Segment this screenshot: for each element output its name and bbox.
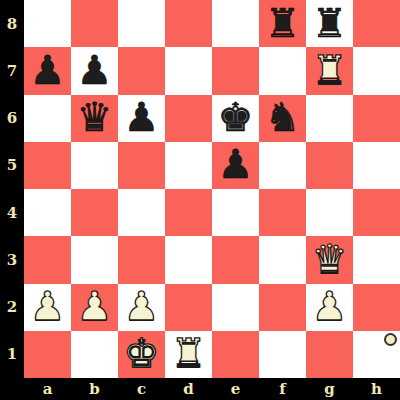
square-c8[interactable] (118, 0, 165, 47)
square-a3[interactable] (24, 236, 71, 283)
square-h7[interactable] (353, 47, 400, 94)
piece-black-pawn-c6[interactable]: ♟ (124, 97, 160, 137)
square-g5[interactable] (306, 142, 353, 189)
square-b7[interactable]: ♟ (71, 47, 118, 94)
rank-label-7: 7 (0, 47, 24, 94)
square-e2[interactable] (212, 284, 259, 331)
rank-label-3: 3 (0, 236, 24, 283)
file-label-e: e (212, 378, 259, 400)
square-c2[interactable]: ♟ (118, 284, 165, 331)
side-to-move-indicator (384, 333, 397, 346)
square-a6[interactable] (24, 95, 71, 142)
file-label-a: a (24, 378, 71, 400)
square-d8[interactable] (165, 0, 212, 47)
square-f1[interactable] (259, 331, 306, 378)
square-d7[interactable] (165, 47, 212, 94)
square-d5[interactable] (165, 142, 212, 189)
piece-black-rook-f8[interactable]: ♜ (265, 3, 301, 43)
square-a8[interactable] (24, 0, 71, 47)
piece-black-pawn-b7[interactable]: ♟ (77, 50, 113, 90)
square-a5[interactable] (24, 142, 71, 189)
square-e6[interactable]: ♚ (212, 95, 259, 142)
square-b2[interactable]: ♟ (71, 284, 118, 331)
square-c4[interactable] (118, 189, 165, 236)
square-h3[interactable] (353, 236, 400, 283)
file-label-c: c (118, 378, 165, 400)
square-f3[interactable] (259, 236, 306, 283)
square-b6[interactable]: ♛ (71, 95, 118, 142)
piece-black-knight-f6[interactable]: ♞ (265, 97, 301, 137)
square-c3[interactable] (118, 236, 165, 283)
file-label-g: g (306, 378, 353, 400)
file-label-d: d (165, 378, 212, 400)
rank-labels: 87654321 (0, 0, 24, 378)
piece-black-rook-g8[interactable]: ♜ (312, 3, 348, 43)
square-d2[interactable] (165, 284, 212, 331)
square-e5[interactable]: ♟ (212, 142, 259, 189)
square-g2[interactable]: ♟ (306, 284, 353, 331)
square-e7[interactable] (212, 47, 259, 94)
piece-black-pawn-a7[interactable]: ♟ (30, 50, 66, 90)
square-b3[interactable] (71, 236, 118, 283)
piece-white-pawn-c2[interactable]: ♟ (124, 286, 160, 326)
rank-label-4: 4 (0, 189, 24, 236)
piece-black-king-e6[interactable]: ♚ (218, 97, 254, 137)
rank-label-5: 5 (0, 142, 24, 189)
square-e4[interactable] (212, 189, 259, 236)
rank-label-6: 6 (0, 95, 24, 142)
file-label-b: b (71, 378, 118, 400)
rank-label-8: 8 (0, 0, 24, 47)
square-c1[interactable]: ♚ (118, 331, 165, 378)
square-f6[interactable]: ♞ (259, 95, 306, 142)
square-h1[interactable] (353, 331, 400, 378)
square-c7[interactable] (118, 47, 165, 94)
square-f7[interactable] (259, 47, 306, 94)
square-g8[interactable]: ♜ (306, 0, 353, 47)
square-a2[interactable]: ♟ (24, 284, 71, 331)
piece-black-pawn-e5[interactable]: ♟ (218, 144, 254, 184)
square-d3[interactable] (165, 236, 212, 283)
square-a1[interactable] (24, 331, 71, 378)
piece-white-pawn-b2[interactable]: ♟ (77, 286, 113, 326)
piece-white-pawn-g2[interactable]: ♟ (312, 286, 348, 326)
piece-white-king-c1[interactable]: ♚ (124, 333, 160, 373)
file-label-f: f (259, 378, 306, 400)
square-d6[interactable] (165, 95, 212, 142)
chess-puzzle-diagram: 87654321 ♜♜♟♟♜♛♟♚♞♟♛♟♟♟♟♚♜ abcdefgh (0, 0, 400, 400)
piece-white-rook-g7[interactable]: ♜ (312, 50, 348, 90)
square-a4[interactable] (24, 189, 71, 236)
square-c5[interactable] (118, 142, 165, 189)
square-h8[interactable] (353, 0, 400, 47)
file-label-h: h (353, 378, 400, 400)
square-g6[interactable] (306, 95, 353, 142)
rank-label-1: 1 (0, 331, 24, 378)
square-f2[interactable] (259, 284, 306, 331)
square-g7[interactable]: ♜ (306, 47, 353, 94)
square-f4[interactable] (259, 189, 306, 236)
rank-label-2: 2 (0, 284, 24, 331)
piece-white-queen-g3[interactable]: ♛ (312, 239, 348, 279)
file-labels: abcdefgh (24, 378, 400, 400)
square-g1[interactable] (306, 331, 353, 378)
square-f8[interactable]: ♜ (259, 0, 306, 47)
square-b5[interactable] (71, 142, 118, 189)
square-b1[interactable] (71, 331, 118, 378)
square-b4[interactable] (71, 189, 118, 236)
square-h6[interactable] (353, 95, 400, 142)
square-b8[interactable] (71, 0, 118, 47)
piece-white-pawn-a2[interactable]: ♟ (30, 286, 66, 326)
square-g4[interactable] (306, 189, 353, 236)
chess-board: ♜♜♟♟♜♛♟♚♞♟♛♟♟♟♟♚♜ (24, 0, 400, 378)
square-d4[interactable] (165, 189, 212, 236)
square-h5[interactable] (353, 142, 400, 189)
piece-black-queen-b6[interactable]: ♛ (77, 97, 113, 137)
piece-white-rook-d1[interactable]: ♜ (171, 333, 207, 373)
square-e3[interactable] (212, 236, 259, 283)
square-a7[interactable]: ♟ (24, 47, 71, 94)
square-h2[interactable] (353, 284, 400, 331)
square-c6[interactable]: ♟ (118, 95, 165, 142)
square-e1[interactable] (212, 331, 259, 378)
square-e8[interactable] (212, 0, 259, 47)
square-f5[interactable] (259, 142, 306, 189)
square-g3[interactable]: ♛ (306, 236, 353, 283)
square-h4[interactable] (353, 189, 400, 236)
square-d1[interactable]: ♜ (165, 331, 212, 378)
